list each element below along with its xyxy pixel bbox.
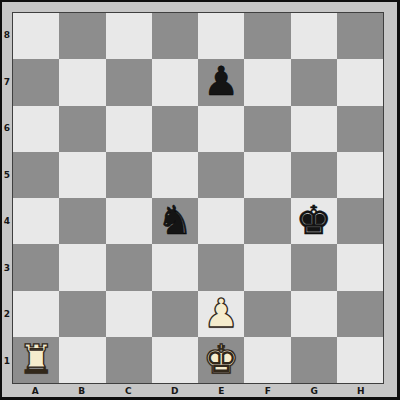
- square-a5[interactable]: [13, 152, 59, 198]
- square-g7[interactable]: [291, 59, 337, 105]
- square-c1[interactable]: [106, 337, 152, 383]
- square-b6[interactable]: [59, 106, 105, 152]
- square-g6[interactable]: [291, 106, 337, 152]
- square-f5[interactable]: [244, 152, 290, 198]
- square-d8[interactable]: [152, 13, 198, 59]
- square-g4[interactable]: ♚: [291, 198, 337, 244]
- file-label-a: A: [12, 384, 59, 397]
- square-a7[interactable]: [13, 59, 59, 105]
- square-f1[interactable]: [244, 337, 290, 383]
- white-pawn[interactable]: ♟: [203, 293, 239, 333]
- file-labels: ABCDEFGH: [12, 384, 384, 397]
- square-e7[interactable]: ♟: [198, 59, 244, 105]
- square-c8[interactable]: [106, 13, 152, 59]
- square-e1[interactable]: ♚: [198, 337, 244, 383]
- file-label-h: H: [338, 384, 385, 397]
- square-c2[interactable]: [106, 291, 152, 337]
- square-g2[interactable]: [291, 291, 337, 337]
- square-g3[interactable]: [291, 244, 337, 290]
- square-b2[interactable]: [59, 291, 105, 337]
- rank-label-3: 3: [2, 245, 12, 292]
- square-h3[interactable]: [337, 244, 383, 290]
- black-knight[interactable]: ♞: [157, 200, 193, 240]
- rank-label-2: 2: [2, 291, 12, 338]
- square-c3[interactable]: [106, 244, 152, 290]
- white-rook[interactable]: ♜: [18, 339, 54, 379]
- square-b5[interactable]: [59, 152, 105, 198]
- file-label-f: F: [245, 384, 292, 397]
- rank-label-6: 6: [2, 105, 12, 152]
- square-e3[interactable]: [198, 244, 244, 290]
- file-label-e: E: [198, 384, 245, 397]
- square-b1[interactable]: [59, 337, 105, 383]
- file-label-d: D: [152, 384, 199, 397]
- square-h5[interactable]: [337, 152, 383, 198]
- black-pawn[interactable]: ♟: [203, 61, 239, 101]
- square-c7[interactable]: [106, 59, 152, 105]
- square-d2[interactable]: [152, 291, 198, 337]
- square-a3[interactable]: [13, 244, 59, 290]
- square-h6[interactable]: [337, 106, 383, 152]
- square-a1[interactable]: ♜: [13, 337, 59, 383]
- square-e5[interactable]: [198, 152, 244, 198]
- square-a6[interactable]: [13, 106, 59, 152]
- black-king[interactable]: ♚: [296, 200, 332, 240]
- square-e8[interactable]: [198, 13, 244, 59]
- square-g5[interactable]: [291, 152, 337, 198]
- square-f3[interactable]: [244, 244, 290, 290]
- square-h1[interactable]: [337, 337, 383, 383]
- square-h4[interactable]: [337, 198, 383, 244]
- white-king[interactable]: ♚: [203, 339, 239, 379]
- square-a2[interactable]: [13, 291, 59, 337]
- square-h7[interactable]: [337, 59, 383, 105]
- rank-label-1: 1: [2, 338, 12, 385]
- square-b8[interactable]: [59, 13, 105, 59]
- square-c5[interactable]: [106, 152, 152, 198]
- square-f4[interactable]: [244, 198, 290, 244]
- rank-label-8: 8: [2, 12, 12, 59]
- square-c4[interactable]: [106, 198, 152, 244]
- square-f6[interactable]: [244, 106, 290, 152]
- square-f7[interactable]: [244, 59, 290, 105]
- square-h2[interactable]: [337, 291, 383, 337]
- square-a4[interactable]: [13, 198, 59, 244]
- file-label-g: G: [291, 384, 338, 397]
- square-f8[interactable]: [244, 13, 290, 59]
- square-g8[interactable]: [291, 13, 337, 59]
- rank-label-5: 5: [2, 152, 12, 199]
- file-label-c: C: [105, 384, 152, 397]
- square-e2[interactable]: ♟: [198, 291, 244, 337]
- square-f2[interactable]: [244, 291, 290, 337]
- square-d6[interactable]: [152, 106, 198, 152]
- rank-label-4: 4: [2, 198, 12, 245]
- rank-labels: 87654321: [2, 12, 12, 384]
- square-b3[interactable]: [59, 244, 105, 290]
- square-d5[interactable]: [152, 152, 198, 198]
- square-a8[interactable]: [13, 13, 59, 59]
- square-g1[interactable]: [291, 337, 337, 383]
- rank-label-7: 7: [2, 59, 12, 106]
- square-c6[interactable]: [106, 106, 152, 152]
- square-d1[interactable]: [152, 337, 198, 383]
- square-d3[interactable]: [152, 244, 198, 290]
- square-h8[interactable]: [337, 13, 383, 59]
- square-d7[interactable]: [152, 59, 198, 105]
- file-label-b: B: [59, 384, 106, 397]
- square-d4[interactable]: ♞: [152, 198, 198, 244]
- square-e4[interactable]: [198, 198, 244, 244]
- chessboard-screen: 87654321 ABCDEFGH ♟♞♚♟♜♚: [0, 0, 400, 400]
- square-b4[interactable]: [59, 198, 105, 244]
- square-b7[interactable]: [59, 59, 105, 105]
- square-e6[interactable]: [198, 106, 244, 152]
- board: ♟♞♚♟♜♚: [12, 12, 384, 384]
